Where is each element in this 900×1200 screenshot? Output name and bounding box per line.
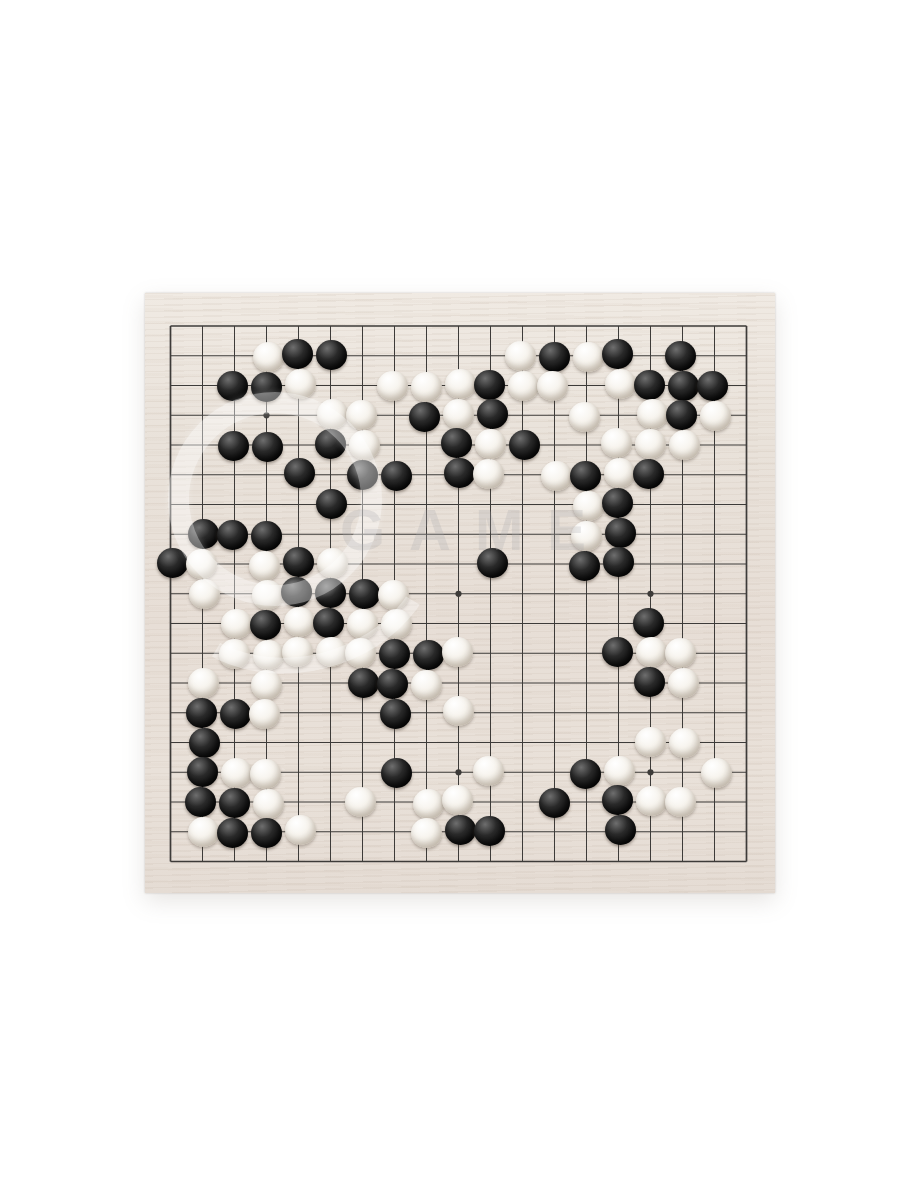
- white-stone: [669, 430, 700, 460]
- black-stone: [444, 458, 475, 488]
- white-stone: [475, 429, 506, 459]
- white-stone: [571, 521, 602, 551]
- white-stone: [669, 728, 700, 758]
- black-stone: [666, 400, 697, 430]
- black-stone: [186, 698, 217, 728]
- black-stone: [282, 339, 313, 369]
- white-stone: [252, 580, 283, 610]
- black-stone: [381, 758, 412, 788]
- white-stone: [411, 818, 442, 848]
- black-stone: [477, 399, 508, 429]
- black-stone: [185, 787, 216, 817]
- white-stone: [473, 459, 504, 489]
- black-stone: [413, 640, 444, 670]
- white-stone: [221, 609, 252, 639]
- black-stone: [602, 488, 633, 518]
- white-stone: [443, 399, 474, 429]
- white-stone: [186, 549, 217, 579]
- black-stone: [315, 578, 346, 608]
- white-stone: [346, 400, 377, 430]
- white-stone: [636, 786, 667, 816]
- black-stone: [252, 432, 283, 462]
- white-stone: [442, 785, 473, 815]
- black-stone: [251, 372, 282, 402]
- black-stone: [477, 548, 508, 578]
- white-stone: [219, 639, 250, 669]
- black-stone: [602, 339, 633, 369]
- black-stone: [605, 815, 636, 845]
- white-stone: [668, 668, 699, 698]
- white-stone: [636, 637, 667, 667]
- black-stone: [539, 788, 570, 818]
- black-stone: [349, 579, 380, 609]
- black-stone: [316, 489, 347, 519]
- black-stone: [315, 429, 346, 459]
- white-stone: [253, 342, 284, 372]
- stone-layer: [145, 293, 775, 893]
- black-stone: [602, 637, 633, 667]
- black-stone: [603, 547, 634, 577]
- black-stone: [251, 521, 282, 551]
- black-stone: [379, 639, 410, 669]
- white-stone: [508, 371, 539, 401]
- black-stone: [569, 551, 600, 581]
- white-stone: [573, 342, 604, 372]
- black-stone: [219, 788, 250, 818]
- black-stone: [251, 818, 282, 848]
- white-stone: [541, 461, 572, 491]
- black-stone: [634, 667, 665, 697]
- black-stone: [509, 430, 540, 460]
- black-stone: [409, 402, 440, 432]
- black-stone: [187, 757, 218, 787]
- white-stone: [316, 637, 347, 667]
- white-stone: [253, 640, 284, 670]
- white-stone: [605, 369, 636, 399]
- white-stone: [637, 399, 668, 429]
- white-stone: [285, 815, 316, 845]
- black-stone: [250, 610, 281, 640]
- white-stone: [701, 758, 732, 788]
- white-stone: [285, 369, 316, 399]
- black-stone: [445, 815, 476, 845]
- black-stone: [157, 548, 188, 578]
- white-stone: [601, 428, 632, 458]
- photo-canvas: GAME: [0, 0, 900, 1200]
- black-stone: [633, 459, 664, 489]
- white-stone: [347, 609, 378, 639]
- black-stone: [347, 460, 378, 490]
- white-stone: [635, 429, 666, 459]
- white-stone: [442, 637, 473, 667]
- white-stone: [473, 756, 504, 786]
- black-stone: [668, 371, 699, 401]
- black-stone: [570, 461, 601, 491]
- black-stone: [217, 818, 248, 848]
- white-stone: [665, 787, 696, 817]
- white-stone: [189, 579, 220, 609]
- black-stone: [377, 669, 408, 699]
- white-stone: [411, 372, 442, 402]
- white-stone: [249, 551, 280, 581]
- white-stone: [604, 756, 635, 786]
- black-stone: [281, 577, 312, 607]
- white-stone: [665, 638, 696, 668]
- black-stone: [348, 668, 379, 698]
- black-stone: [284, 458, 315, 488]
- white-stone: [443, 696, 474, 726]
- white-stone: [188, 817, 219, 847]
- black-stone: [605, 518, 636, 548]
- black-stone: [220, 699, 251, 729]
- white-stone: [282, 637, 313, 667]
- white-stone: [445, 369, 476, 399]
- white-stone: [505, 341, 536, 371]
- white-stone: [221, 758, 252, 788]
- white-stone: [345, 787, 376, 817]
- white-stone: [413, 789, 444, 819]
- black-stone: [381, 461, 412, 491]
- white-stone: [411, 670, 442, 700]
- black-stone: [570, 759, 601, 789]
- black-stone: [283, 547, 314, 577]
- white-stone: [635, 727, 666, 757]
- white-stone: [249, 699, 280, 729]
- black-stone: [634, 370, 665, 400]
- black-stone: [189, 728, 220, 758]
- black-stone: [441, 428, 472, 458]
- black-stone: [380, 699, 411, 729]
- black-stone: [474, 816, 505, 846]
- white-stone: [700, 401, 731, 431]
- white-stone: [604, 458, 635, 488]
- black-stone: [539, 342, 570, 372]
- black-stone: [316, 340, 347, 370]
- white-stone: [251, 670, 282, 700]
- white-stone: [250, 759, 281, 789]
- black-stone: [602, 785, 633, 815]
- black-stone: [633, 608, 664, 638]
- black-stone: [188, 519, 219, 549]
- black-stone: [474, 370, 505, 400]
- black-stone: [313, 608, 344, 638]
- white-stone: [349, 430, 380, 460]
- white-stone: [381, 609, 412, 639]
- white-stone: [573, 491, 604, 521]
- black-stone: [217, 371, 248, 401]
- black-stone: [218, 431, 249, 461]
- white-stone: [253, 789, 284, 819]
- black-stone: [697, 371, 728, 401]
- black-stone: [665, 341, 696, 371]
- white-stone: [188, 668, 219, 698]
- white-stone: [377, 371, 408, 401]
- white-stone: [284, 607, 315, 637]
- white-stone: [537, 371, 568, 401]
- white-stone: [569, 402, 600, 432]
- white-stone: [378, 580, 409, 610]
- black-stone: [217, 520, 248, 550]
- white-stone: [345, 638, 376, 668]
- go-board: [145, 293, 775, 893]
- white-stone: [317, 548, 348, 578]
- white-stone: [317, 399, 348, 429]
